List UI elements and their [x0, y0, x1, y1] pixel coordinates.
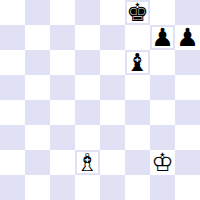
square-d3[interactable]	[75, 125, 100, 150]
square-g2[interactable]: ♔	[150, 150, 175, 175]
square-h5[interactable]	[175, 75, 200, 100]
piece-white-king[interactable]: ♔	[152, 152, 173, 173]
square-b1[interactable]	[25, 175, 50, 200]
square-b7[interactable]	[25, 25, 50, 50]
square-h6[interactable]	[175, 50, 200, 75]
square-a5[interactable]	[0, 75, 25, 100]
square-b6[interactable]	[25, 50, 50, 75]
square-f3[interactable]	[125, 125, 150, 150]
square-e2[interactable]	[100, 150, 125, 175]
square-e6[interactable]	[100, 50, 125, 75]
square-f4[interactable]	[125, 100, 150, 125]
square-g8[interactable]	[150, 0, 175, 25]
chess-board: ♚♟♟♝♗♔	[0, 0, 200, 200]
square-a4[interactable]	[0, 100, 25, 125]
square-g7[interactable]: ♟	[150, 25, 175, 50]
piece-white-bishop[interactable]: ♗	[77, 152, 98, 173]
square-d8[interactable]	[75, 0, 100, 25]
square-b2[interactable]	[25, 150, 50, 175]
square-d7[interactable]	[75, 25, 100, 50]
square-a7[interactable]	[0, 25, 25, 50]
square-h7[interactable]: ♟	[175, 25, 200, 50]
square-g3[interactable]	[150, 125, 175, 150]
square-d2[interactable]: ♗	[75, 150, 100, 175]
piece-black-pawn[interactable]: ♟	[152, 27, 173, 48]
square-c8[interactable]	[50, 0, 75, 25]
square-c2[interactable]	[50, 150, 75, 175]
square-g4[interactable]	[150, 100, 175, 125]
piece-black-bishop[interactable]: ♝	[127, 52, 148, 73]
square-e7[interactable]	[100, 25, 125, 50]
square-a1[interactable]	[0, 175, 25, 200]
square-f7[interactable]	[125, 25, 150, 50]
square-e4[interactable]	[100, 100, 125, 125]
square-b8[interactable]	[25, 0, 50, 25]
square-e3[interactable]	[100, 125, 125, 150]
square-a8[interactable]	[0, 0, 25, 25]
square-d4[interactable]	[75, 100, 100, 125]
square-e8[interactable]	[100, 0, 125, 25]
square-c1[interactable]	[50, 175, 75, 200]
square-b3[interactable]	[25, 125, 50, 150]
square-c4[interactable]	[50, 100, 75, 125]
square-f1[interactable]	[125, 175, 150, 200]
square-f8[interactable]: ♚	[125, 0, 150, 25]
square-h4[interactable]	[175, 100, 200, 125]
square-g1[interactable]	[150, 175, 175, 200]
square-a2[interactable]	[0, 150, 25, 175]
square-a3[interactable]	[0, 125, 25, 150]
square-b4[interactable]	[25, 100, 50, 125]
square-c7[interactable]	[50, 25, 75, 50]
square-d5[interactable]	[75, 75, 100, 100]
square-d1[interactable]	[75, 175, 100, 200]
square-c3[interactable]	[50, 125, 75, 150]
square-c6[interactable]	[50, 50, 75, 75]
piece-black-pawn[interactable]: ♟	[177, 27, 198, 48]
square-e1[interactable]	[100, 175, 125, 200]
square-e5[interactable]	[100, 75, 125, 100]
square-h3[interactable]	[175, 125, 200, 150]
square-c5[interactable]	[50, 75, 75, 100]
square-f2[interactable]	[125, 150, 150, 175]
piece-black-king[interactable]: ♚	[127, 2, 148, 23]
square-f5[interactable]	[125, 75, 150, 100]
square-g6[interactable]	[150, 50, 175, 75]
square-a6[interactable]	[0, 50, 25, 75]
square-g5[interactable]	[150, 75, 175, 100]
square-h2[interactable]	[175, 150, 200, 175]
square-d6[interactable]	[75, 50, 100, 75]
square-h1[interactable]	[175, 175, 200, 200]
square-f6[interactable]: ♝	[125, 50, 150, 75]
square-h8[interactable]	[175, 0, 200, 25]
square-b5[interactable]	[25, 75, 50, 100]
